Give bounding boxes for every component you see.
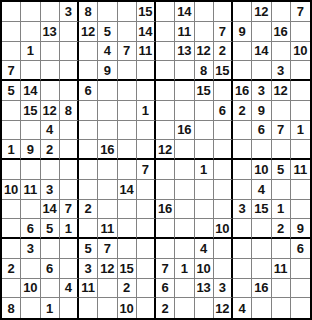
cell-r5c10[interactable] [175, 81, 194, 101]
cell-r13c12[interactable] [214, 239, 233, 259]
cell-r4c6: 9 [98, 61, 117, 81]
cell-r3c6: 4 [98, 42, 117, 62]
cell-r8c9: 12 [156, 140, 175, 160]
cell-r4c10[interactable] [175, 61, 194, 81]
cell-r3c11: 12 [195, 42, 214, 62]
cell-r1c1[interactable] [2, 2, 21, 22]
cell-r12c3: 5 [41, 219, 60, 239]
cell-r5c3[interactable] [41, 81, 60, 101]
cell-r15c15[interactable] [272, 279, 291, 299]
cell-r4c5[interactable] [79, 61, 98, 81]
cell-r5c4[interactable] [60, 81, 79, 101]
cell-r15c4: 4 [60, 279, 79, 299]
cell-r7c1[interactable] [2, 121, 21, 141]
cell-r8c16[interactable] [291, 140, 310, 160]
cell-r5c6[interactable] [98, 81, 117, 101]
cell-r9c10[interactable] [175, 160, 194, 180]
cell-r2c4[interactable] [60, 22, 79, 42]
cell-r12c16: 9 [291, 219, 310, 239]
cell-r3c10: 13 [175, 42, 194, 62]
cell-r2c13: 9 [233, 22, 252, 42]
cell-r9c8: 7 [137, 160, 156, 180]
cell-r15c6[interactable] [98, 279, 117, 299]
cell-r14c1: 2 [2, 259, 21, 279]
cell-r10c3: 3 [41, 180, 60, 200]
cell-r10c14: 4 [252, 180, 271, 200]
cell-r2c1[interactable] [2, 22, 21, 42]
cell-r12c5[interactable] [79, 219, 98, 239]
cell-r6c1[interactable] [2, 101, 21, 121]
cell-r7c9[interactable] [156, 121, 175, 141]
cell-r7c14: 6 [252, 121, 271, 141]
cell-r14c2[interactable] [21, 259, 40, 279]
cell-r10c15[interactable] [272, 180, 291, 200]
cell-r6c10[interactable] [175, 101, 194, 121]
cell-r11c8[interactable] [137, 200, 156, 220]
cell-r7c15: 7 [272, 121, 291, 141]
cell-r8c1: 1 [2, 140, 21, 160]
cell-r14c9: 7 [156, 259, 175, 279]
cell-r9c2[interactable] [21, 160, 40, 180]
cell-r10c7: 14 [118, 180, 137, 200]
cell-r3c5[interactable] [79, 42, 98, 62]
cell-r5c2: 14 [21, 81, 40, 101]
cell-r4c13[interactable] [233, 61, 252, 81]
cell-r14c13[interactable] [233, 259, 252, 279]
cell-r4c9[interactable] [156, 61, 175, 81]
cell-r7c12[interactable] [214, 121, 233, 141]
cell-r2c9[interactable] [156, 22, 175, 42]
cell-r3c13[interactable] [233, 42, 252, 62]
cell-r7c6[interactable] [98, 121, 117, 141]
cell-r9c7[interactable] [118, 160, 137, 180]
cell-r15c2: 10 [21, 279, 40, 299]
cell-r10c2: 11 [21, 180, 40, 200]
cell-r9c5[interactable] [79, 160, 98, 180]
cell-r2c8: 14 [137, 22, 156, 42]
cell-r9c11: 1 [195, 160, 214, 180]
cell-r3c16: 10 [291, 42, 310, 62]
cell-r3c2: 1 [21, 42, 40, 62]
cell-r2c12: 7 [214, 22, 233, 42]
cell-r6c9[interactable] [156, 101, 175, 121]
cell-r13c8[interactable] [137, 239, 156, 259]
cell-r5c14: 3 [252, 81, 271, 101]
cell-r1c8: 15 [137, 2, 156, 22]
cell-r12c9[interactable] [156, 219, 175, 239]
cell-r16c3: 1 [41, 298, 60, 318]
cell-r11c12[interactable] [214, 200, 233, 220]
cell-r3c1[interactable] [2, 42, 21, 62]
cell-r15c13[interactable] [233, 279, 252, 299]
cell-r13c14[interactable] [252, 239, 271, 259]
cell-r14c6: 12 [98, 259, 117, 279]
cell-r15c8[interactable] [137, 279, 156, 299]
cell-r11c1[interactable] [2, 200, 21, 220]
cell-r2c6: 5 [98, 22, 117, 42]
cell-r7c7[interactable] [118, 121, 137, 141]
cell-r14c7: 15 [118, 259, 137, 279]
cell-r5c12[interactable] [214, 81, 233, 101]
cell-r11c5: 2 [79, 200, 98, 220]
cell-r8c8[interactable] [137, 140, 156, 160]
cell-r9c3[interactable] [41, 160, 60, 180]
cell-r5c16[interactable] [291, 81, 310, 101]
cell-r13c16: 6 [291, 239, 310, 259]
cell-r8c14[interactable] [252, 140, 271, 160]
cell-r1c15[interactable] [272, 2, 291, 22]
cell-r13c5: 5 [79, 239, 98, 259]
cell-r9c16: 11 [291, 160, 310, 180]
cell-r14c3: 6 [41, 259, 60, 279]
cell-r9c4[interactable] [60, 160, 79, 180]
cell-r11c2[interactable] [21, 200, 40, 220]
cell-r4c15: 3 [272, 61, 291, 81]
cell-r9c13[interactable] [233, 160, 252, 180]
cell-r16c2[interactable] [21, 298, 40, 318]
cell-r15c12: 3 [214, 279, 233, 299]
cell-r4c4[interactable] [60, 61, 79, 81]
cell-r9c15: 5 [272, 160, 291, 180]
cell-r11c3: 14 [41, 200, 60, 220]
cell-r3c8: 11 [137, 42, 156, 62]
cell-r3c12: 2 [214, 42, 233, 62]
cell-r5c15: 12 [272, 81, 291, 101]
cell-r4c11: 8 [195, 61, 214, 81]
cell-r5c5: 6 [79, 81, 98, 101]
cell-r1c4: 3 [60, 2, 79, 22]
cell-r5c1: 5 [2, 81, 21, 101]
cell-r13c2: 3 [21, 239, 40, 259]
cell-r9c1[interactable] [2, 160, 21, 180]
cell-r5c11: 15 [195, 81, 214, 101]
cell-r7c11[interactable] [195, 121, 214, 141]
cell-r14c10: 1 [175, 259, 194, 279]
cell-r16c6[interactable] [98, 298, 117, 318]
cell-r1c5: 8 [79, 2, 98, 22]
cell-r8c11[interactable] [195, 140, 214, 160]
cell-r11c14: 15 [252, 200, 271, 220]
cell-r13c1[interactable] [2, 239, 21, 259]
cell-r7c4[interactable] [60, 121, 79, 141]
cell-r2c7[interactable] [118, 22, 137, 42]
cell-r6c8: 1 [137, 101, 156, 121]
cell-r4c3[interactable] [41, 61, 60, 81]
cell-r9c9[interactable] [156, 160, 175, 180]
cell-r11c16[interactable] [291, 200, 310, 220]
cell-r15c14: 16 [252, 279, 271, 299]
cell-r10c4[interactable] [60, 180, 79, 200]
cell-r16c4[interactable] [60, 298, 79, 318]
cell-r3c9[interactable] [156, 42, 175, 62]
cell-r1c16: 7 [291, 2, 310, 22]
cell-r6c11[interactable] [195, 101, 214, 121]
cell-r6c3: 12 [41, 101, 60, 121]
cell-r5c13: 16 [233, 81, 252, 101]
cell-r11c13: 3 [233, 200, 252, 220]
cell-r10c8[interactable] [137, 180, 156, 200]
cell-r1c13[interactable] [233, 2, 252, 22]
cell-r12c2: 6 [21, 219, 40, 239]
cell-r4c12: 15 [214, 61, 233, 81]
cell-r9c14: 10 [252, 160, 271, 180]
cell-r1c3[interactable] [41, 2, 60, 22]
cell-r15c16[interactable] [291, 279, 310, 299]
cell-r16c9: 2 [156, 298, 175, 318]
cell-r11c10[interactable] [175, 200, 194, 220]
cell-r6c16[interactable] [291, 101, 310, 121]
cell-r10c13[interactable] [233, 180, 252, 200]
cell-r13c9[interactable] [156, 239, 175, 259]
cell-r15c10[interactable] [175, 279, 194, 299]
cell-r6c15[interactable] [272, 101, 291, 121]
cell-r13c3[interactable] [41, 239, 60, 259]
cell-r13c4[interactable] [60, 239, 79, 259]
cell-r13c11: 4 [195, 239, 214, 259]
cell-r10c9[interactable] [156, 180, 175, 200]
cell-r3c3[interactable] [41, 42, 60, 62]
cell-r13c10[interactable] [175, 239, 194, 259]
cell-r4c8[interactable] [137, 61, 156, 81]
cell-r15c3[interactable] [41, 279, 60, 299]
cell-r1c14: 12 [252, 2, 271, 22]
cell-r6c14: 9 [252, 101, 271, 121]
cell-r11c6[interactable] [98, 200, 117, 220]
cell-r2c16[interactable] [291, 22, 310, 42]
cell-r12c7[interactable] [118, 219, 137, 239]
cell-r5c9[interactable] [156, 81, 175, 101]
cell-r16c12: 12 [214, 298, 233, 318]
cell-r2c15: 16 [272, 22, 291, 42]
cell-r11c7[interactable] [118, 200, 137, 220]
cell-r12c4: 1 [60, 219, 79, 239]
cell-r1c7[interactable] [118, 2, 137, 22]
cell-r10c11[interactable] [195, 180, 214, 200]
cell-r3c14: 14 [252, 42, 271, 62]
cell-r14c12[interactable] [214, 259, 233, 279]
cell-r16c13: 4 [233, 298, 252, 318]
cell-r6c5[interactable] [79, 101, 98, 121]
cell-r2c3: 13 [41, 22, 60, 42]
cell-r6c2: 15 [21, 101, 40, 121]
cell-r7c13[interactable] [233, 121, 252, 141]
cell-r8c6: 16 [98, 140, 117, 160]
cell-r10c12[interactable] [214, 180, 233, 200]
cell-r6c6[interactable] [98, 101, 117, 121]
cell-r8c7[interactable] [118, 140, 137, 160]
cell-r7c10: 16 [175, 121, 194, 141]
cell-r16c7: 10 [118, 298, 137, 318]
cell-r15c9: 6 [156, 279, 175, 299]
sudoku-board: 3815141271312514117916147111312214107981… [0, 0, 312, 320]
cell-r4c16[interactable] [291, 61, 310, 81]
cell-r6c4: 8 [60, 101, 79, 121]
cell-r10c16[interactable] [291, 180, 310, 200]
cell-r14c4[interactable] [60, 259, 79, 279]
cell-r12c14[interactable] [252, 219, 271, 239]
cell-r6c13: 2 [233, 101, 252, 121]
cell-r16c10[interactable] [175, 298, 194, 318]
cell-r10c10[interactable] [175, 180, 194, 200]
cell-r13c13[interactable] [233, 239, 252, 259]
cell-r7c5[interactable] [79, 121, 98, 141]
cell-r16c1: 8 [2, 298, 21, 318]
cell-r12c12: 10 [214, 219, 233, 239]
cell-r5c7[interactable] [118, 81, 137, 101]
cell-r14c8[interactable] [137, 259, 156, 279]
cell-r13c6: 7 [98, 239, 117, 259]
cell-r1c6[interactable] [98, 2, 117, 22]
cell-r6c7[interactable] [118, 101, 137, 121]
cell-r1c2[interactable] [21, 2, 40, 22]
cell-r12c15: 2 [272, 219, 291, 239]
cell-r7c3: 4 [41, 121, 60, 141]
cell-r6c12: 6 [214, 101, 233, 121]
cell-r2c11[interactable] [195, 22, 214, 42]
cell-r14c15: 11 [272, 259, 291, 279]
cell-r14c14[interactable] [252, 259, 271, 279]
cell-r4c14[interactable] [252, 61, 271, 81]
cell-r8c13[interactable] [233, 140, 252, 160]
cell-r7c2[interactable] [21, 121, 40, 141]
cell-r2c10: 11 [175, 22, 194, 42]
cell-r15c7: 2 [118, 279, 137, 299]
cell-r7c8[interactable] [137, 121, 156, 141]
cell-r15c1[interactable] [2, 279, 21, 299]
cell-r12c1[interactable] [2, 219, 21, 239]
cell-r1c10: 14 [175, 2, 194, 22]
cell-r3c7: 7 [118, 42, 137, 62]
cell-r2c14[interactable] [252, 22, 271, 42]
cell-r12c10[interactable] [175, 219, 194, 239]
cell-r13c15[interactable] [272, 239, 291, 259]
cell-r12c8[interactable] [137, 219, 156, 239]
cell-r8c3: 2 [41, 140, 60, 160]
cell-r15c5: 11 [79, 279, 98, 299]
cell-r13c7[interactable] [118, 239, 137, 259]
cell-r10c1: 10 [2, 180, 21, 200]
cell-r11c9: 16 [156, 200, 175, 220]
cell-r2c2[interactable] [21, 22, 40, 42]
cell-r4c7[interactable] [118, 61, 137, 81]
cell-r8c12[interactable] [214, 140, 233, 160]
cell-r11c4: 7 [60, 200, 79, 220]
cell-r10c5[interactable] [79, 180, 98, 200]
cell-r8c10[interactable] [175, 140, 194, 160]
cell-r14c16[interactable] [291, 259, 310, 279]
cell-r4c1: 7 [2, 61, 21, 81]
cell-r11c11[interactable] [195, 200, 214, 220]
cell-r12c11[interactable] [195, 219, 214, 239]
cell-r2c5: 12 [79, 22, 98, 42]
cell-r9c6[interactable] [98, 160, 117, 180]
cell-r16c11[interactable] [195, 298, 214, 318]
cell-r16c8[interactable] [137, 298, 156, 318]
cell-r1c12[interactable] [214, 2, 233, 22]
cell-r16c14[interactable] [252, 298, 271, 318]
cell-r1c9[interactable] [156, 2, 175, 22]
cell-r15c11: 13 [195, 279, 214, 299]
cell-r8c2: 9 [21, 140, 40, 160]
cell-r8c4[interactable] [60, 140, 79, 160]
cell-r14c11: 10 [195, 259, 214, 279]
cell-r16c15[interactable] [272, 298, 291, 318]
cell-r14c5: 3 [79, 259, 98, 279]
cell-r8c15[interactable] [272, 140, 291, 160]
cell-r7c16: 1 [291, 121, 310, 141]
cell-r3c15[interactable] [272, 42, 291, 62]
cell-r16c16[interactable] [291, 298, 310, 318]
cell-r9c12[interactable] [214, 160, 233, 180]
cell-r4c2[interactable] [21, 61, 40, 81]
cell-r11c15: 1 [272, 200, 291, 220]
cell-r8c5[interactable] [79, 140, 98, 160]
cell-r3c4[interactable] [60, 42, 79, 62]
cell-r5c8[interactable] [137, 81, 156, 101]
cell-r1c11[interactable] [195, 2, 214, 22]
cell-r16c5[interactable] [79, 298, 98, 318]
cell-r12c6: 11 [98, 219, 117, 239]
cell-r12c13[interactable] [233, 219, 252, 239]
cell-r10c6[interactable] [98, 180, 117, 200]
